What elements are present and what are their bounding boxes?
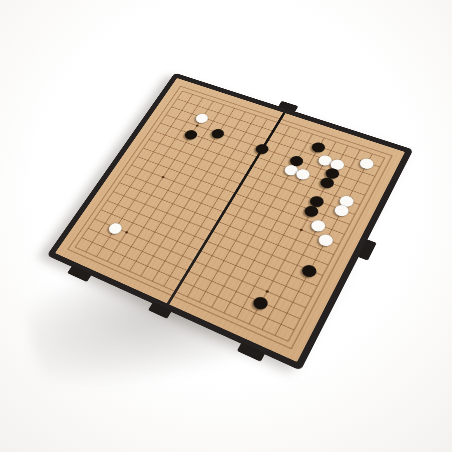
hinge-tab	[358, 239, 377, 260]
hinge-tab	[278, 101, 298, 112]
product-photo-scene: ●●●●●●●●●●●●●●●●●●●●●●	[0, 0, 452, 452]
